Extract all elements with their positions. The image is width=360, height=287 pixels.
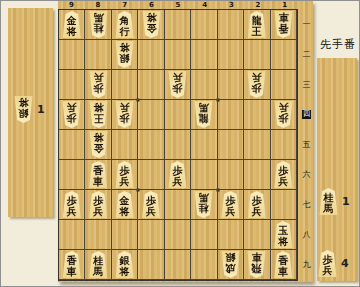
board-square[interactable] [138,220,164,250]
board-grid: 金将桂馬角行金将龍王香車銀将歩兵歩兵歩兵歩兵王将歩兵龍馬歩兵金将香車歩兵歩兵歩兵… [58,9,298,281]
board-square[interactable]: 歩兵 [112,160,138,190]
board-square[interactable]: 歩兵 [244,70,270,100]
board-square[interactable]: 飛車 [244,250,270,280]
board-square[interactable]: 金将 [59,10,85,40]
board-square[interactable] [218,160,244,190]
shogi-piece[interactable]: 王将 [88,101,109,128]
board-square[interactable] [191,220,217,250]
board-square[interactable] [59,160,85,190]
board-square[interactable]: 龍王 [244,10,270,40]
rank-label: 八 [300,219,313,249]
board-square[interactable]: 玉将 [271,220,297,250]
shogi-piece[interactable]: 桂馬 [88,251,109,278]
board-square[interactable] [59,220,85,250]
board-square[interactable]: 桂馬 [191,190,217,220]
rank-label: 五 [300,129,313,159]
board-square[interactable]: 歩兵 [112,100,138,130]
shogi-piece[interactable]: 成銀 [220,251,241,278]
board-square[interactable]: 金将 [85,130,111,160]
file-label: 7 [111,1,138,9]
board-square[interactable]: 金将 [138,10,164,40]
board-square[interactable] [271,130,297,160]
file-label: 1 [271,1,298,9]
board-square[interactable] [112,220,138,250]
shogi-piece[interactable]: 金将 [61,11,82,38]
hand-piece-group: 歩兵4 [317,250,349,277]
shogi-piece[interactable]: 桂馬 [88,11,109,38]
board-square[interactable]: 歩兵 [165,70,191,100]
shogi-piece[interactable]: 玉将 [273,221,294,248]
board-square[interactable] [244,100,270,130]
board-square[interactable] [218,220,244,250]
board-square[interactable] [244,40,270,70]
file-label: 5 [165,1,192,9]
board-square[interactable] [191,10,217,40]
board-square[interactable] [85,220,111,250]
shogi-piece[interactable]: 歩兵 [273,161,294,188]
board-square[interactable]: 香車 [271,250,297,280]
shogi-piece[interactable]: 角行 [114,11,135,38]
piece-count: 4 [341,257,349,270]
board-square[interactable] [218,100,244,130]
board-square[interactable] [165,250,191,280]
board-square[interactable]: 角行 [112,10,138,40]
board-square[interactable] [191,130,217,160]
shogi-piece[interactable]: 歩兵 [246,191,267,218]
board-square[interactable]: 桂馬 [85,250,111,280]
board-square[interactable]: 歩兵 [59,100,85,130]
shogi-piece[interactable]: 龍馬 [193,101,214,128]
piece-count: 1 [342,195,350,208]
board-square[interactable]: 香車 [85,160,111,190]
board-square[interactable]: 歩兵 [244,190,270,220]
file-labels: 987654321 [58,1,298,9]
rank-label: 九 [300,249,313,279]
shogi-piece[interactable]: 金将 [88,131,109,158]
shogi-piece[interactable]: 銀将 [13,96,34,123]
shogi-piece[interactable]: 歩兵 [114,161,135,188]
shogi-piece[interactable]: 香車 [61,251,82,278]
board-square[interactable]: 龍馬 [191,100,217,130]
shogi-piece[interactable]: 銀将 [114,251,135,278]
rank-label: 六 [300,159,313,189]
shogi-board: 987654321 金将桂馬角行金将龍王香車銀将歩兵歩兵歩兵歩兵王将歩兵龍馬歩兵… [58,1,313,282]
shogi-piece[interactable]: 歩兵 [114,101,135,128]
board-square[interactable] [191,40,217,70]
board-square[interactable]: 銀将 [112,40,138,70]
shogi-piece[interactable]: 香車 [273,11,294,38]
hand-piece-group: 銀将1 [13,96,45,123]
board-square[interactable] [138,40,164,70]
board-square[interactable] [59,70,85,100]
hand-piece-group: 桂馬1 [318,188,350,215]
shogi-piece[interactable]: 歩兵 [317,250,338,277]
board-square[interactable] [165,190,191,220]
shogi-piece[interactable]: 香車 [88,161,109,188]
shogi-piece[interactable]: 歩兵 [88,71,109,98]
turn-indicator: 先手番 [320,37,356,52]
board-square[interactable]: 香車 [59,250,85,280]
shogi-piece[interactable]: 歩兵 [61,101,82,128]
board-square[interactable] [138,70,164,100]
board-square[interactable] [165,220,191,250]
shogi-piece[interactable]: 桂馬 [193,191,214,218]
shogi-piece[interactable]: 歩兵 [61,191,82,218]
board-square[interactable] [244,220,270,250]
rank-label: 七 [300,189,313,219]
board-square[interactable] [165,130,191,160]
board-square[interactable] [59,130,85,160]
board-square[interactable] [218,130,244,160]
board-square[interactable]: 歩兵 [271,100,297,130]
rank-label: 二 [300,39,313,69]
shogi-piece[interactable]: 金将 [141,11,162,38]
board-square[interactable]: 銀将 [112,250,138,280]
shogi-piece[interactable]: 飛車 [246,251,267,278]
shogi-piece[interactable]: 歩兵 [88,191,109,218]
board-square[interactable]: 歩兵 [165,160,191,190]
shogi-piece[interactable]: 龍王 [246,11,267,38]
shogi-piece[interactable]: 歩兵 [167,71,188,98]
board-square[interactable] [191,70,217,100]
board-square[interactable] [59,40,85,70]
sente-hand-tray: 桂馬1歩兵4 [317,58,357,281]
piece-count: 1 [37,103,45,116]
board-square[interactable] [85,40,111,70]
board-square[interactable]: 成銀 [218,250,244,280]
shogi-piece[interactable]: 金将 [114,191,135,218]
board-square[interactable]: 歩兵 [85,190,111,220]
board-square[interactable] [244,130,270,160]
board-square[interactable] [244,160,270,190]
board-square[interactable] [271,70,297,100]
file-label: 3 [218,1,245,9]
rank-label-marked: 四 [300,99,313,129]
board-square[interactable] [218,10,244,40]
board-square[interactable] [138,160,164,190]
board-square[interactable] [218,70,244,100]
board-square[interactable]: 王将 [85,100,111,130]
file-label: 8 [85,1,112,9]
board-square[interactable] [165,10,191,40]
rank-labels: 一二三四五六七八九 [300,9,313,279]
shogi-app-window: 銀将1 987654321 金将桂馬角行金将龍王香車銀将歩兵歩兵歩兵歩兵王将歩兵… [0,0,360,287]
board-square[interactable]: 歩兵 [218,190,244,220]
shogi-piece[interactable]: 歩兵 [273,101,294,128]
board-square[interactable]: 歩兵 [85,70,111,100]
board-square[interactable] [191,160,217,190]
board-square[interactable] [138,130,164,160]
board-square[interactable]: 金将 [112,190,138,220]
shogi-piece[interactable]: 歩兵 [246,71,267,98]
board-square[interactable] [112,130,138,160]
file-label: 4 [191,1,218,9]
board-square[interactable] [138,250,164,280]
board-square[interactable] [218,40,244,70]
board-square[interactable]: 歩兵 [59,190,85,220]
rank-label: 一 [300,9,313,39]
file-label: 6 [138,1,165,9]
board-square[interactable]: 桂馬 [85,10,111,40]
file-label: 2 [245,1,272,9]
board-square[interactable] [138,100,164,130]
file-label: 9 [58,1,85,9]
board-square[interactable] [165,100,191,130]
gote-hand-tray: 銀将1 [8,8,53,217]
shogi-piece[interactable]: 歩兵 [220,191,241,218]
shogi-piece[interactable]: 歩兵 [141,191,162,218]
shogi-piece[interactable]: 香車 [273,251,294,278]
board-square[interactable] [112,70,138,100]
shogi-piece[interactable]: 桂馬 [318,188,339,215]
shogi-piece[interactable]: 歩兵 [167,161,188,188]
board-square[interactable] [165,40,191,70]
rank-label: 三 [300,69,313,99]
board-square[interactable]: 歩兵 [138,190,164,220]
board-square[interactable]: 歩兵 [271,160,297,190]
board-square[interactable] [271,40,297,70]
board-square[interactable]: 香車 [271,10,297,40]
board-square[interactable] [191,250,217,280]
shogi-piece[interactable]: 銀将 [114,41,135,68]
board-square[interactable] [271,190,297,220]
